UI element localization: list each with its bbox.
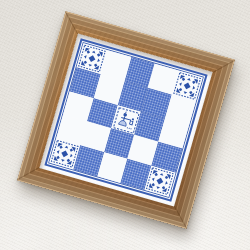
ceramic-tile bbox=[39, 33, 212, 206]
frame-miter-seam bbox=[17, 167, 40, 180]
game-board bbox=[49, 43, 202, 196]
corner-motif-cell bbox=[145, 166, 176, 197]
frame-miter-seam bbox=[212, 60, 235, 73]
trivet bbox=[17, 11, 235, 229]
frame-miter-seam bbox=[174, 206, 187, 229]
tile-border-outer bbox=[44, 38, 207, 201]
scene-background bbox=[0, 0, 250, 250]
frame-miter-seam bbox=[65, 11, 78, 34]
tile-border-inner bbox=[48, 42, 204, 198]
corner-motif-icon bbox=[145, 166, 176, 197]
wood-frame bbox=[17, 11, 235, 229]
